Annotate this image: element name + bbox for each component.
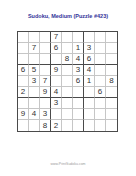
sudoku-cell-r5c8 (95, 76, 106, 87)
page-title: Sudoku, Medium (Puzzle #423) (0, 13, 136, 19)
sudoku-cell-r7c7 (84, 98, 95, 109)
sudoku-cell-r5c7: 1 (84, 76, 95, 87)
sudoku-cell-r9c2 (29, 120, 40, 131)
sudoku-cell-r7c6 (73, 98, 84, 109)
sudoku-cell-r4c9 (106, 65, 117, 76)
sudoku-cell-r7c8 (95, 98, 106, 109)
sudoku-cell-r3c1 (18, 54, 29, 65)
sudoku-cell-r6c9 (106, 87, 117, 98)
sudoku-cell-r8c7 (84, 109, 95, 120)
sudoku-cell-r1c7 (84, 32, 95, 43)
sudoku-cell-r5c1 (18, 76, 29, 87)
sudoku-cell-r6c8: 6 (95, 87, 106, 98)
sudoku-cell-r3c5: 8 (62, 54, 73, 65)
sudoku-cell-r1c2 (29, 32, 40, 43)
sudoku-cell-r9c5 (62, 120, 73, 131)
sudoku-cell-r6c4: 4 (51, 87, 62, 98)
sudoku-cell-r3c7: 6 (84, 54, 95, 65)
sudoku-cell-r6c3: 9 (40, 87, 51, 98)
sudoku-cell-r4c7: 4 (84, 65, 95, 76)
sudoku-cell-r3c8 (95, 54, 106, 65)
sudoku-cell-r3c2 (29, 54, 40, 65)
sudoku-cell-r4c5 (62, 65, 73, 76)
sudoku-cell-r5c6: 6 (73, 76, 84, 87)
sudoku-cell-r7c9 (106, 98, 117, 109)
footer-url: www.PrintSudoku.com (0, 162, 136, 166)
sudoku-cell-r7c3 (40, 98, 51, 109)
sudoku-cell-r2c6: 1 (73, 43, 84, 54)
sudoku-cell-r9c6 (73, 120, 84, 131)
sudoku-cell-r5c5 (62, 76, 73, 87)
sudoku-cell-r1c9 (106, 32, 117, 43)
sudoku-cell-r5c2: 3 (29, 76, 40, 87)
sudoku-cell-r5c3: 7 (40, 76, 51, 87)
sudoku-cell-r5c4 (51, 76, 62, 87)
sudoku-cell-r8c2: 4 (29, 109, 40, 120)
sudoku-cell-r6c6 (73, 87, 84, 98)
sudoku-cell-r1c8 (95, 32, 106, 43)
sudoku-cell-r2c3 (40, 43, 51, 54)
sudoku-cell-r3c3 (40, 54, 51, 65)
sudoku-cell-r8c8 (95, 109, 106, 120)
sudoku-cell-r9c9 (106, 120, 117, 131)
sudoku-cell-r4c8 (95, 65, 106, 76)
sudoku-cell-r2c8 (95, 43, 106, 54)
sudoku-cell-r5c9: 8 (106, 76, 117, 87)
sudoku-cell-r1c3 (40, 32, 51, 43)
sudoku-cell-r8c5 (62, 109, 73, 120)
sudoku-cell-r4c2: 5 (29, 65, 40, 76)
sudoku-cell-r4c4: 9 (51, 65, 62, 76)
sudoku-cell-r2c9 (106, 43, 117, 54)
sudoku-cell-r3c9 (106, 54, 117, 65)
sudoku-cell-r8c9 (106, 109, 117, 120)
sudoku-cell-r1c4: 7 (51, 32, 62, 43)
sudoku-cell-r8c6 (73, 109, 84, 120)
sudoku-grid: 7761384665934376182946394382 (17, 31, 118, 132)
sudoku-cell-r6c5 (62, 87, 73, 98)
sudoku-cell-r6c2 (29, 87, 40, 98)
sudoku-cell-r4c1: 6 (18, 65, 29, 76)
sudoku-cell-r4c3 (40, 65, 51, 76)
sudoku-cell-r2c1 (18, 43, 29, 54)
sudoku-cell-r7c4: 3 (51, 98, 62, 109)
sudoku-cell-r2c4: 6 (51, 43, 62, 54)
sudoku-cell-r3c4 (51, 54, 62, 65)
sudoku-cell-r6c7 (84, 87, 95, 98)
sudoku-cell-r9c1 (18, 120, 29, 131)
sudoku-cell-r3c6: 4 (73, 54, 84, 65)
sudoku-cell-r8c3: 3 (40, 109, 51, 120)
sudoku-cell-r9c8 (95, 120, 106, 131)
sudoku-cell-r2c2: 7 (29, 43, 40, 54)
sudoku-cell-r7c5 (62, 98, 73, 109)
sudoku-cell-r8c1: 9 (18, 109, 29, 120)
sudoku-cell-r1c5 (62, 32, 73, 43)
sudoku-cell-r2c5 (62, 43, 73, 54)
sudoku-page: Sudoku, Medium (Puzzle #423) 77613846659… (0, 0, 136, 176)
sudoku-cell-r4c6: 3 (73, 65, 84, 76)
sudoku-cell-r8c4 (51, 109, 62, 120)
sudoku-cell-r1c1 (18, 32, 29, 43)
sudoku-cell-r7c2 (29, 98, 40, 109)
sudoku-cell-r9c7 (84, 120, 95, 131)
sudoku-cell-r6c1: 2 (18, 87, 29, 98)
sudoku-cell-r7c1 (18, 98, 29, 109)
sudoku-cell-r2c7: 3 (84, 43, 95, 54)
sudoku-cell-r1c6 (73, 32, 84, 43)
sudoku-cell-r9c4: 2 (51, 120, 62, 131)
sudoku-cell-r9c3: 8 (40, 120, 51, 131)
